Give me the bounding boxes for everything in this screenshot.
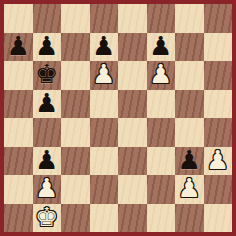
square-f5[interactable] [147, 90, 176, 119]
square-g5[interactable] [175, 90, 204, 119]
square-d1[interactable] [90, 204, 119, 233]
square-c5[interactable] [61, 90, 90, 119]
piece-black-pawn-d7[interactable]: ♟ [92, 33, 115, 61]
square-g7[interactable] [175, 33, 204, 62]
square-b8[interactable] [33, 4, 62, 33]
piece-white-pawn-f6[interactable]: ♟ [149, 61, 172, 89]
square-h6[interactable] [204, 61, 233, 90]
square-d8[interactable] [90, 4, 119, 33]
square-f7[interactable]: ♟ [147, 33, 176, 62]
square-d6[interactable]: ♟ [90, 61, 119, 90]
square-c3[interactable] [61, 147, 90, 176]
square-b5[interactable]: ♟ [33, 90, 62, 119]
square-d7[interactable]: ♟ [90, 33, 119, 62]
square-d5[interactable] [90, 90, 119, 119]
chess-board-frame: ♟♟♟♟♚♟♟♟♟♟♟♟♟♚ [0, 0, 236, 236]
square-f2[interactable] [147, 175, 176, 204]
square-a4[interactable] [4, 118, 33, 147]
square-d3[interactable] [90, 147, 119, 176]
piece-black-king-b6[interactable]: ♚ [35, 61, 58, 89]
piece-white-pawn-h3[interactable]: ♟ [206, 147, 229, 175]
square-h4[interactable] [204, 118, 233, 147]
piece-black-pawn-b3[interactable]: ♟ [35, 147, 58, 175]
piece-white-king-b1[interactable]: ♚ [35, 204, 58, 232]
square-c7[interactable] [61, 33, 90, 62]
square-a2[interactable] [4, 175, 33, 204]
square-d4[interactable] [90, 118, 119, 147]
square-e3[interactable] [118, 147, 147, 176]
square-b4[interactable] [33, 118, 62, 147]
square-g8[interactable] [175, 4, 204, 33]
square-a5[interactable] [4, 90, 33, 119]
square-c6[interactable] [61, 61, 90, 90]
square-d2[interactable] [90, 175, 119, 204]
piece-white-pawn-b2[interactable]: ♟ [35, 175, 58, 203]
square-g6[interactable] [175, 61, 204, 90]
square-h8[interactable] [204, 4, 233, 33]
square-c2[interactable] [61, 175, 90, 204]
chess-board: ♟♟♟♟♚♟♟♟♟♟♟♟♟♚ [4, 4, 232, 232]
square-h5[interactable] [204, 90, 233, 119]
square-h1[interactable] [204, 204, 233, 233]
square-g2[interactable]: ♟ [175, 175, 204, 204]
square-e2[interactable] [118, 175, 147, 204]
square-e4[interactable] [118, 118, 147, 147]
square-c1[interactable] [61, 204, 90, 233]
square-e5[interactable] [118, 90, 147, 119]
piece-white-pawn-g2[interactable]: ♟ [178, 175, 201, 203]
square-g3[interactable]: ♟ [175, 147, 204, 176]
square-a6[interactable] [4, 61, 33, 90]
square-f3[interactable] [147, 147, 176, 176]
square-a3[interactable] [4, 147, 33, 176]
square-b2[interactable]: ♟ [33, 175, 62, 204]
piece-black-pawn-a7[interactable]: ♟ [7, 33, 30, 61]
square-g1[interactable] [175, 204, 204, 233]
square-g4[interactable] [175, 118, 204, 147]
square-b1[interactable]: ♚ [33, 204, 62, 233]
square-f6[interactable]: ♟ [147, 61, 176, 90]
square-c8[interactable] [61, 4, 90, 33]
square-e7[interactable] [118, 33, 147, 62]
piece-black-pawn-g3[interactable]: ♟ [178, 147, 201, 175]
square-e6[interactable] [118, 61, 147, 90]
square-c4[interactable] [61, 118, 90, 147]
square-h2[interactable] [204, 175, 233, 204]
square-b3[interactable]: ♟ [33, 147, 62, 176]
piece-black-pawn-b7[interactable]: ♟ [35, 33, 58, 61]
square-e1[interactable] [118, 204, 147, 233]
square-a7[interactable]: ♟ [4, 33, 33, 62]
piece-black-pawn-f7[interactable]: ♟ [149, 33, 172, 61]
square-f4[interactable] [147, 118, 176, 147]
square-a8[interactable] [4, 4, 33, 33]
square-b6[interactable]: ♚ [33, 61, 62, 90]
square-e8[interactable] [118, 4, 147, 33]
square-h3[interactable]: ♟ [204, 147, 233, 176]
square-a1[interactable] [4, 204, 33, 233]
piece-black-pawn-b5[interactable]: ♟ [35, 90, 58, 118]
square-b7[interactable]: ♟ [33, 33, 62, 62]
square-f1[interactable] [147, 204, 176, 233]
square-h7[interactable] [204, 33, 233, 62]
square-f8[interactable] [147, 4, 176, 33]
piece-white-pawn-d6[interactable]: ♟ [92, 61, 115, 89]
